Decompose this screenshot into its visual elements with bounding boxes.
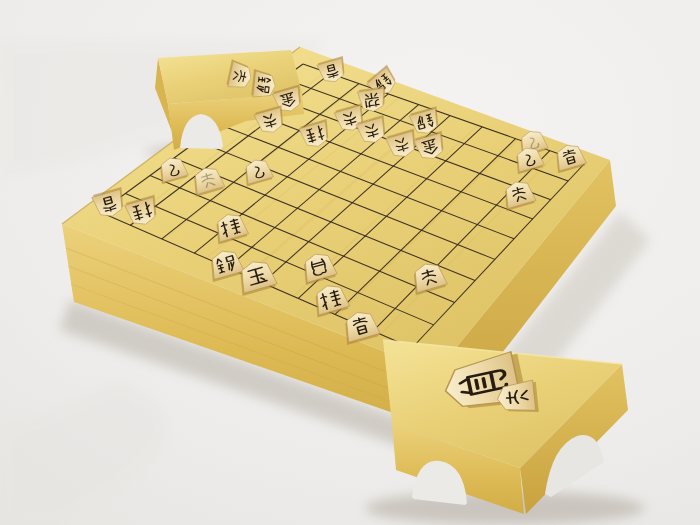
scene-canvas xyxy=(0,0,700,525)
shogi-photo-scene xyxy=(0,0,700,525)
